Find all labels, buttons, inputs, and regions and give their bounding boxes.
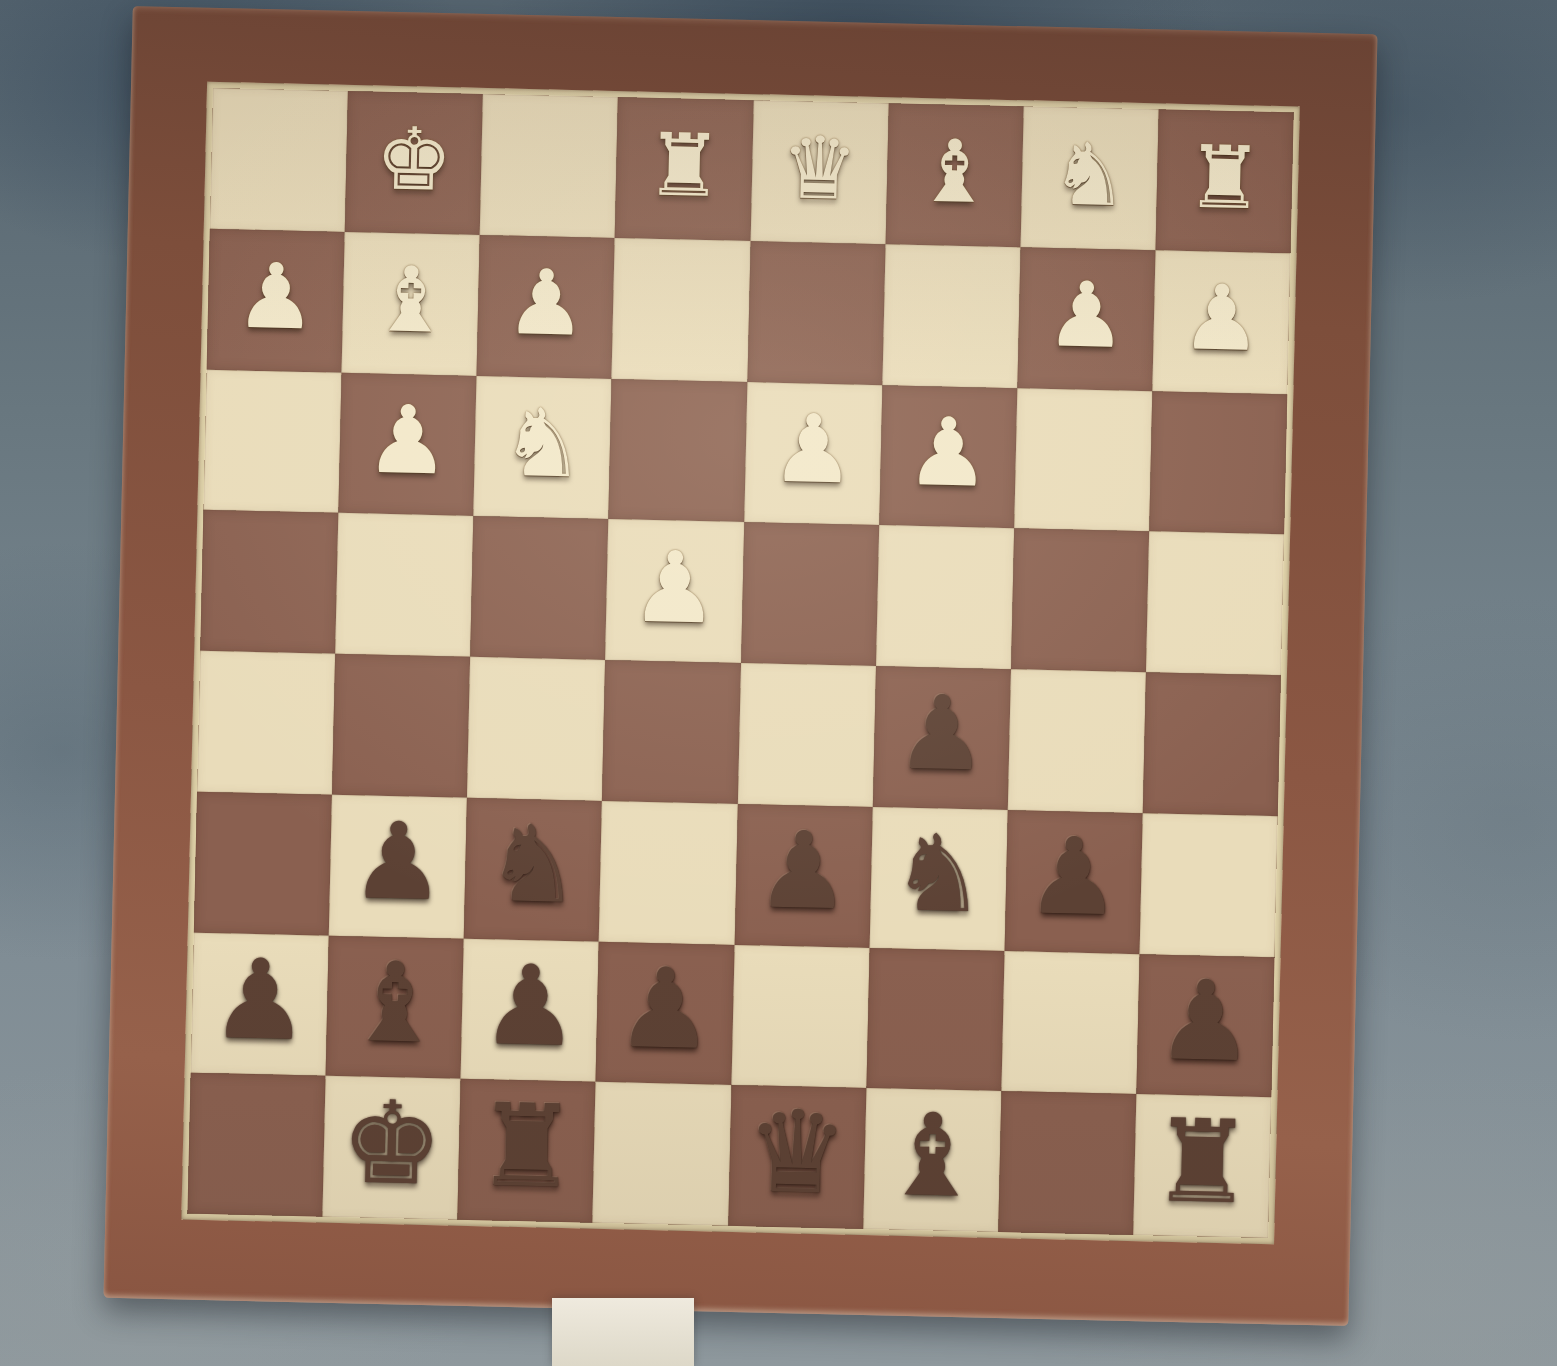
square-d5[interactable] <box>737 663 875 807</box>
square-b7[interactable] <box>1001 951 1139 1095</box>
chess-board: ♚♜♛♝♞♜♟♝♟♟♟♟♞♟♟♟♟♟♞♟♞♟♟♝♟♟♟♚♜♛♝♜ <box>187 88 1293 1238</box>
square-g8[interactable]: ♚ <box>323 1076 461 1220</box>
square-g5[interactable] <box>332 654 470 798</box>
square-e2[interactable] <box>612 238 750 382</box>
square-b8[interactable] <box>998 1091 1136 1235</box>
white-pawn-c3[interactable]: ♟ <box>905 405 991 501</box>
square-b5[interactable] <box>1008 669 1146 813</box>
square-b3[interactable] <box>1014 388 1152 532</box>
square-c1[interactable]: ♝ <box>885 103 1023 247</box>
square-c3[interactable]: ♟ <box>879 385 1017 529</box>
square-d7[interactable] <box>731 944 869 1088</box>
square-c7[interactable] <box>866 947 1004 1091</box>
square-f4[interactable] <box>470 516 608 660</box>
black-pawn-a7[interactable]: ♟ <box>1155 965 1256 1077</box>
black-pawn-d6[interactable]: ♟ <box>755 817 852 925</box>
black-bishop-c8[interactable]: ♝ <box>880 1097 985 1213</box>
square-a8[interactable]: ♜ <box>1133 1094 1271 1238</box>
square-a5[interactable] <box>1143 672 1281 816</box>
white-pawn-f2[interactable]: ♟ <box>505 257 588 349</box>
black-pawn-e7[interactable]: ♟ <box>615 953 716 1065</box>
square-e6[interactable] <box>599 801 737 945</box>
square-f5[interactable] <box>467 657 605 801</box>
white-rook-e1[interactable]: ♜ <box>645 122 724 210</box>
white-knight-b1[interactable]: ♞ <box>1050 131 1129 219</box>
table-pedestal <box>552 1298 694 1366</box>
white-pawn-g3[interactable]: ♟ <box>365 393 451 489</box>
square-e7[interactable]: ♟ <box>596 941 734 1085</box>
white-pawn-b2[interactable]: ♟ <box>1045 269 1128 361</box>
square-h4[interactable] <box>200 510 338 654</box>
square-a1[interactable]: ♜ <box>1155 109 1293 253</box>
square-d2[interactable] <box>747 241 885 385</box>
white-pawn-d3[interactable]: ♟ <box>770 402 856 498</box>
square-f8[interactable]: ♜ <box>458 1079 596 1223</box>
square-e4[interactable]: ♟ <box>605 519 743 663</box>
square-g6[interactable]: ♟ <box>329 795 467 939</box>
black-king-g8[interactable]: ♚ <box>339 1085 444 1201</box>
black-queen-d8[interactable]: ♛ <box>745 1094 850 1210</box>
black-pawn-b6[interactable]: ♟ <box>1025 823 1122 931</box>
square-g7[interactable]: ♝ <box>326 935 464 1079</box>
square-h1[interactable] <box>210 88 348 232</box>
square-f7[interactable]: ♟ <box>461 938 599 1082</box>
square-f1[interactable] <box>480 94 618 238</box>
square-g1[interactable]: ♚ <box>345 91 483 235</box>
white-king-g1[interactable]: ♚ <box>375 116 454 204</box>
square-b2[interactable]: ♟ <box>1017 247 1155 391</box>
square-a7[interactable]: ♟ <box>1136 954 1274 1098</box>
black-rook-f8[interactable]: ♜ <box>474 1088 579 1204</box>
square-f6[interactable]: ♞ <box>464 798 602 942</box>
square-a3[interactable] <box>1149 391 1287 535</box>
square-c2[interactable] <box>882 244 1020 388</box>
board-trim: ♚♜♛♝♞♜♟♝♟♟♟♟♞♟♟♟♟♟♞♟♞♟♟♝♟♟♟♚♜♛♝♜ <box>181 82 1300 1245</box>
square-h8[interactable] <box>187 1073 325 1217</box>
square-c5[interactable]: ♟ <box>872 666 1010 810</box>
square-h6[interactable] <box>194 791 332 935</box>
square-h2[interactable]: ♟ <box>207 229 345 373</box>
square-f2[interactable]: ♟ <box>477 235 615 379</box>
square-b1[interactable]: ♞ <box>1020 106 1158 250</box>
square-a4[interactable] <box>1146 531 1284 675</box>
square-c6[interactable]: ♞ <box>869 807 1007 951</box>
white-pawn-e4[interactable]: ♟ <box>630 537 720 637</box>
square-b6[interactable]: ♟ <box>1004 810 1142 954</box>
white-queen-d1[interactable]: ♛ <box>780 125 859 213</box>
square-e1[interactable]: ♜ <box>615 97 753 241</box>
black-pawn-h7[interactable]: ♟ <box>209 944 310 1056</box>
square-e3[interactable] <box>609 379 747 523</box>
square-e5[interactable] <box>602 660 740 804</box>
white-knight-f3[interactable]: ♞ <box>500 396 586 492</box>
black-rook-a8[interactable]: ♜ <box>1150 1104 1255 1220</box>
square-d6[interactable]: ♟ <box>734 804 872 948</box>
square-g2[interactable]: ♝ <box>342 232 480 376</box>
square-b4[interactable] <box>1011 528 1149 672</box>
white-bishop-g2[interactable]: ♝ <box>370 254 453 346</box>
square-g3[interactable]: ♟ <box>338 372 476 516</box>
square-d4[interactable] <box>741 522 879 666</box>
square-c4[interactable] <box>876 525 1014 669</box>
square-h5[interactable] <box>197 651 335 795</box>
square-d8[interactable]: ♛ <box>728 1085 866 1229</box>
square-g4[interactable] <box>335 513 473 657</box>
white-rook-a1[interactable]: ♜ <box>1185 134 1264 222</box>
square-h7[interactable]: ♟ <box>191 932 329 1076</box>
square-c8[interactable]: ♝ <box>863 1088 1001 1232</box>
square-a2[interactable]: ♟ <box>1152 250 1290 394</box>
square-a6[interactable] <box>1139 813 1277 957</box>
white-bishop-c1[interactable]: ♝ <box>915 128 994 216</box>
white-pawn-a2[interactable]: ♟ <box>1180 272 1263 364</box>
square-e8[interactable] <box>593 1082 731 1226</box>
black-pawn-g6[interactable]: ♟ <box>349 808 446 916</box>
square-h3[interactable] <box>203 369 341 513</box>
chess-board-frame: ♚♜♛♝♞♜♟♝♟♟♟♟♞♟♟♟♟♟♞♟♞♟♟♝♟♟♟♚♜♛♝♜ <box>104 6 1378 1326</box>
black-pawn-f7[interactable]: ♟ <box>480 950 581 1062</box>
black-knight-f6[interactable]: ♞ <box>485 811 582 919</box>
square-d1[interactable]: ♛ <box>750 100 888 244</box>
black-knight-c6[interactable]: ♞ <box>890 820 987 928</box>
square-d3[interactable]: ♟ <box>744 382 882 526</box>
black-bishop-g7[interactable]: ♝ <box>344 947 445 1059</box>
white-pawn-h2[interactable]: ♟ <box>234 251 317 343</box>
square-f3[interactable]: ♞ <box>474 375 612 519</box>
black-pawn-c5[interactable]: ♟ <box>895 682 989 786</box>
